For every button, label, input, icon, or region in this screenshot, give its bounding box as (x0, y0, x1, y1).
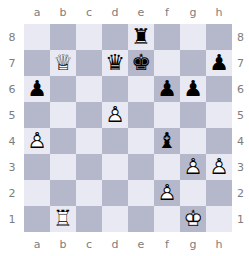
piece-white-king[interactable]: ♚♔ (180, 206, 206, 232)
rank-label-right-3: 3 (232, 154, 249, 180)
square-f1[interactable] (154, 206, 180, 232)
square-b4[interactable] (50, 128, 76, 154)
piece-white-pawn[interactable]: ♟♙ (154, 180, 180, 206)
square-e2[interactable] (128, 180, 154, 206)
square-e1[interactable] (128, 206, 154, 232)
white-pawn-icon: ♙ (206, 154, 232, 180)
square-e7[interactable]: ♚ (128, 50, 154, 76)
square-d3[interactable] (102, 154, 128, 180)
square-b8[interactable] (50, 24, 76, 50)
file-label-bottom-b: b (50, 232, 76, 256)
square-f7[interactable] (154, 50, 180, 76)
file-label-bottom-d: d (102, 232, 128, 256)
rank-label-left-3: 3 (0, 154, 24, 180)
square-a5[interactable] (24, 102, 50, 128)
board-corner (0, 232, 24, 256)
black-pawn-icon: ♟ (206, 50, 232, 76)
square-f4[interactable]: ♝ (154, 128, 180, 154)
rank-label-right-8: 8 (232, 24, 249, 50)
rank-label-left-6: 6 (0, 76, 24, 102)
file-label-bottom-a: a (24, 232, 50, 256)
square-b1[interactable]: ♜♖ (50, 206, 76, 232)
white-pawn-icon: ♙ (154, 180, 180, 206)
file-label-bottom-h: h (206, 232, 232, 256)
rank-label-right-4: 4 (232, 128, 249, 154)
square-d5[interactable]: ♟♙ (102, 102, 128, 128)
file-label-top-f: f (154, 0, 180, 24)
square-h6[interactable] (206, 76, 232, 102)
square-g1[interactable]: ♚♔ (180, 206, 206, 232)
square-b5[interactable] (50, 102, 76, 128)
piece-black-rook[interactable]: ♜ (128, 24, 154, 50)
square-d8[interactable] (102, 24, 128, 50)
file-label-top-h: h (206, 0, 232, 24)
square-h3[interactable]: ♟♙ (206, 154, 232, 180)
square-e8[interactable]: ♜ (128, 24, 154, 50)
board-corner (232, 232, 249, 256)
square-h2[interactable] (206, 180, 232, 206)
rank-label-left-4: 4 (0, 128, 24, 154)
file-label-bottom-e: e (128, 232, 154, 256)
rank-label-right-5: 5 (232, 102, 249, 128)
square-c3[interactable] (76, 154, 102, 180)
rank-label-left-2: 2 (0, 180, 24, 206)
square-h7[interactable]: ♟ (206, 50, 232, 76)
rank-label-right-2: 2 (232, 180, 249, 206)
piece-black-king[interactable]: ♚ (128, 50, 154, 76)
white-king-icon: ♔ (180, 206, 206, 232)
square-g8[interactable] (180, 24, 206, 50)
chess-diagram: abcdefgh8♜87♛♕♛♚♟76♟♟♟65♟♙54♟♙♝43♟♙♟♙32♟… (0, 0, 249, 256)
square-e6[interactable] (128, 76, 154, 102)
piece-black-pawn[interactable]: ♟ (24, 76, 50, 102)
black-pawn-icon: ♟ (180, 76, 206, 102)
square-d1[interactable] (102, 206, 128, 232)
board-corner (0, 0, 24, 24)
square-a2[interactable] (24, 180, 50, 206)
piece-black-pawn[interactable]: ♟ (180, 76, 206, 102)
square-h8[interactable] (206, 24, 232, 50)
square-c4[interactable] (76, 128, 102, 154)
square-b2[interactable] (50, 180, 76, 206)
file-label-top-c: c (76, 0, 102, 24)
white-queen-icon: ♕ (50, 50, 76, 76)
chess-board-frame: abcdefgh8♜87♛♕♛♚♟76♟♟♟65♟♙54♟♙♝43♟♙♟♙32♟… (0, 0, 249, 256)
square-c6[interactable] (76, 76, 102, 102)
piece-black-queen[interactable]: ♛ (102, 50, 128, 76)
rank-label-left-8: 8 (0, 24, 24, 50)
file-label-top-b: b (50, 0, 76, 24)
square-a1[interactable] (24, 206, 50, 232)
square-d6[interactable] (102, 76, 128, 102)
rank-label-left-7: 7 (0, 50, 24, 76)
square-a4[interactable]: ♟♙ (24, 128, 50, 154)
black-king-icon: ♚ (128, 50, 154, 76)
square-g6[interactable]: ♟ (180, 76, 206, 102)
square-f3[interactable] (154, 154, 180, 180)
piece-white-pawn[interactable]: ♟♙ (102, 102, 128, 128)
square-e3[interactable] (128, 154, 154, 180)
square-b3[interactable] (50, 154, 76, 180)
black-bishop-icon: ♝ (154, 128, 180, 154)
square-g5[interactable] (180, 102, 206, 128)
board-corner (232, 0, 249, 24)
square-e4[interactable] (128, 128, 154, 154)
square-f5[interactable] (154, 102, 180, 128)
rank-label-left-1: 1 (0, 206, 24, 232)
piece-white-pawn[interactable]: ♟♙ (180, 154, 206, 180)
piece-white-rook[interactable]: ♜♖ (50, 206, 76, 232)
white-pawn-icon: ♙ (180, 154, 206, 180)
black-queen-icon: ♛ (102, 50, 128, 76)
square-g7[interactable] (180, 50, 206, 76)
piece-white-pawn[interactable]: ♟♙ (24, 128, 50, 154)
black-pawn-icon: ♟ (24, 76, 50, 102)
square-f8[interactable] (154, 24, 180, 50)
square-h5[interactable] (206, 102, 232, 128)
square-c8[interactable] (76, 24, 102, 50)
file-label-bottom-c: c (76, 232, 102, 256)
square-c1[interactable] (76, 206, 102, 232)
square-g4[interactable] (180, 128, 206, 154)
file-label-bottom-f: f (154, 232, 180, 256)
square-c5[interactable] (76, 102, 102, 128)
square-c7[interactable] (76, 50, 102, 76)
piece-black-bishop[interactable]: ♝ (154, 128, 180, 154)
file-label-top-a: a (24, 0, 50, 24)
square-a3[interactable] (24, 154, 50, 180)
rank-label-right-7: 7 (232, 50, 249, 76)
piece-white-pawn[interactable]: ♟♙ (206, 154, 232, 180)
rank-label-right-6: 6 (232, 76, 249, 102)
square-b7[interactable]: ♛♕ (50, 50, 76, 76)
square-a6[interactable]: ♟ (24, 76, 50, 102)
piece-white-queen[interactable]: ♛♕ (50, 50, 76, 76)
square-e5[interactable] (128, 102, 154, 128)
rank-label-left-5: 5 (0, 102, 24, 128)
file-label-bottom-g: g (180, 232, 206, 256)
square-g3[interactable]: ♟♙ (180, 154, 206, 180)
file-label-top-e: e (128, 0, 154, 24)
black-rook-icon: ♜ (128, 24, 154, 50)
square-h1[interactable] (206, 206, 232, 232)
square-g2[interactable] (180, 180, 206, 206)
white-rook-icon: ♖ (50, 206, 76, 232)
square-a7[interactable] (24, 50, 50, 76)
square-f2[interactable]: ♟♙ (154, 180, 180, 206)
square-d2[interactable] (102, 180, 128, 206)
square-h4[interactable] (206, 128, 232, 154)
square-a8[interactable] (24, 24, 50, 50)
file-label-top-g: g (180, 0, 206, 24)
rank-label-right-1: 1 (232, 206, 249, 232)
piece-black-pawn[interactable]: ♟ (206, 50, 232, 76)
square-f6[interactable]: ♟ (154, 76, 180, 102)
square-b6[interactable] (50, 76, 76, 102)
white-pawn-icon: ♙ (24, 128, 50, 154)
square-c2[interactable] (76, 180, 102, 206)
black-pawn-icon: ♟ (154, 76, 180, 102)
square-d7[interactable]: ♛ (102, 50, 128, 76)
file-label-top-d: d (102, 0, 128, 24)
square-d4[interactable] (102, 128, 128, 154)
piece-black-pawn[interactable]: ♟ (154, 76, 180, 102)
white-pawn-icon: ♙ (102, 102, 128, 128)
